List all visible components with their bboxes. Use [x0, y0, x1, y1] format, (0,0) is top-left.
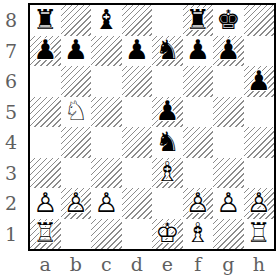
rank-label-5: 5	[2, 97, 20, 128]
piece-black-pawn[interactable]: ♟	[186, 36, 210, 63]
piece-black-pawn[interactable]: ♟	[33, 36, 57, 63]
piece-white-pawn[interactable]: ♙	[186, 189, 210, 216]
square-f6[interactable]	[183, 66, 214, 97]
square-a3[interactable]	[30, 158, 61, 189]
square-e4[interactable]: ♞	[152, 127, 183, 158]
square-e7[interactable]: ♞	[152, 36, 183, 67]
square-c5[interactable]	[91, 97, 122, 128]
square-b2[interactable]: ♙	[61, 188, 92, 219]
piece-black-rook[interactable]: ♜	[33, 6, 57, 33]
square-f3[interactable]	[183, 158, 214, 189]
rank-label-3: 3	[2, 158, 20, 189]
piece-white-pawn[interactable]: ♙	[33, 189, 57, 216]
square-f1[interactable]: ♗	[183, 219, 214, 250]
file-label-e: e	[152, 251, 183, 277]
piece-white-knight[interactable]: ♘	[64, 97, 88, 124]
square-d5[interactable]	[122, 97, 153, 128]
file-label-c: c	[91, 251, 122, 277]
square-f8[interactable]: ♜	[183, 5, 214, 36]
file-label-a: a	[30, 251, 61, 277]
square-c7[interactable]	[91, 36, 122, 67]
square-d3[interactable]	[122, 158, 153, 189]
square-f7[interactable]: ♟	[183, 36, 214, 67]
rank-label-4: 4	[2, 127, 20, 158]
square-d7[interactable]: ♟	[122, 36, 153, 67]
square-c8[interactable]: ♝	[91, 5, 122, 36]
square-g5[interactable]	[213, 97, 244, 128]
square-a6[interactable]	[30, 66, 61, 97]
square-h8[interactable]	[244, 5, 275, 36]
rank-label-1: 1	[2, 219, 20, 250]
square-h3[interactable]	[244, 158, 275, 189]
square-g4[interactable]	[213, 127, 244, 158]
square-b4[interactable]	[61, 127, 92, 158]
chess-board: ♜♝♜♚♟♟♟♞♟♟♟♘♟♞♗♙♙♙♙♙♙♖♔♗♖	[28, 3, 276, 251]
square-g6[interactable]	[213, 66, 244, 97]
square-d6[interactable]	[122, 66, 153, 97]
square-c3[interactable]	[91, 158, 122, 189]
piece-white-pawn[interactable]: ♙	[94, 189, 118, 216]
square-g2[interactable]: ♙	[213, 188, 244, 219]
square-h1[interactable]: ♖	[244, 219, 275, 250]
piece-white-king[interactable]: ♔	[155, 219, 179, 246]
piece-white-pawn[interactable]: ♙	[64, 189, 88, 216]
square-b1[interactable]	[61, 219, 92, 250]
square-h5[interactable]	[244, 97, 275, 128]
square-f2[interactable]: ♙	[183, 188, 214, 219]
square-c4[interactable]	[91, 127, 122, 158]
rank-label-6: 6	[2, 66, 20, 97]
rank-label-2: 2	[2, 188, 20, 219]
square-a8[interactable]: ♜	[30, 5, 61, 36]
square-f5[interactable]	[183, 97, 214, 128]
square-e1[interactable]: ♔	[152, 219, 183, 250]
square-d1[interactable]	[122, 219, 153, 250]
file-label-f: f	[183, 251, 214, 277]
square-g8[interactable]: ♚	[213, 5, 244, 36]
square-a2[interactable]: ♙	[30, 188, 61, 219]
square-a4[interactable]	[30, 127, 61, 158]
square-f4[interactable]	[183, 127, 214, 158]
square-b6[interactable]	[61, 66, 92, 97]
file-label-h: h	[244, 251, 275, 277]
file-label-d: d	[122, 251, 153, 277]
piece-black-bishop[interactable]: ♝	[94, 6, 118, 33]
piece-black-knight[interactable]: ♞	[155, 36, 179, 63]
square-b5[interactable]: ♘	[61, 97, 92, 128]
square-d2[interactable]	[122, 188, 153, 219]
square-c2[interactable]: ♙	[91, 188, 122, 219]
square-h2[interactable]: ♙	[244, 188, 275, 219]
square-c1[interactable]	[91, 219, 122, 250]
file-label-b: b	[61, 251, 92, 277]
square-c6[interactable]	[91, 66, 122, 97]
chess-diagram: 87654321 ♜♝♜♚♟♟♟♞♟♟♟♘♟♞♗♙♙♙♙♙♙♖♔♗♖ abcde…	[0, 0, 279, 280]
piece-white-pawn[interactable]: ♙	[216, 189, 240, 216]
square-a5[interactable]	[30, 97, 61, 128]
piece-black-pawn[interactable]: ♟	[125, 36, 149, 63]
piece-black-pawn[interactable]: ♟	[64, 36, 88, 63]
piece-white-rook[interactable]: ♖	[247, 219, 271, 246]
file-label-g: g	[213, 251, 244, 277]
rank-labels: 87654321	[2, 5, 20, 249]
file-labels: abcdefgh	[30, 251, 274, 277]
piece-white-bishop[interactable]: ♗	[155, 158, 179, 185]
square-g7[interactable]: ♟	[213, 36, 244, 67]
square-e5[interactable]: ♟	[152, 97, 183, 128]
square-g3[interactable]	[213, 158, 244, 189]
piece-black-pawn[interactable]: ♟	[247, 67, 271, 94]
piece-white-pawn[interactable]: ♙	[247, 189, 271, 216]
square-e3[interactable]: ♗	[152, 158, 183, 189]
square-b3[interactable]	[61, 158, 92, 189]
square-a1[interactable]: ♖	[30, 219, 61, 250]
square-g1[interactable]	[213, 219, 244, 250]
square-d4[interactable]	[122, 127, 153, 158]
piece-black-pawn[interactable]: ♟	[155, 97, 179, 124]
square-d8[interactable]	[122, 5, 153, 36]
square-h6[interactable]: ♟	[244, 66, 275, 97]
square-b7[interactable]: ♟	[61, 36, 92, 67]
piece-black-king[interactable]: ♚	[216, 6, 240, 33]
square-h7[interactable]	[244, 36, 275, 67]
square-e6[interactable]	[152, 66, 183, 97]
square-e8[interactable]	[152, 5, 183, 36]
piece-black-pawn[interactable]: ♟	[216, 36, 240, 63]
piece-white-rook[interactable]: ♖	[33, 219, 57, 246]
square-e2[interactable]	[152, 188, 183, 219]
piece-white-bishop[interactable]: ♗	[186, 219, 210, 246]
square-h4[interactable]	[244, 127, 275, 158]
piece-black-rook[interactable]: ♜	[186, 6, 210, 33]
rank-label-8: 8	[2, 5, 20, 36]
square-a7[interactable]: ♟	[30, 36, 61, 67]
piece-black-knight[interactable]: ♞	[155, 128, 179, 155]
rank-label-7: 7	[2, 36, 20, 67]
square-b8[interactable]	[61, 5, 92, 36]
